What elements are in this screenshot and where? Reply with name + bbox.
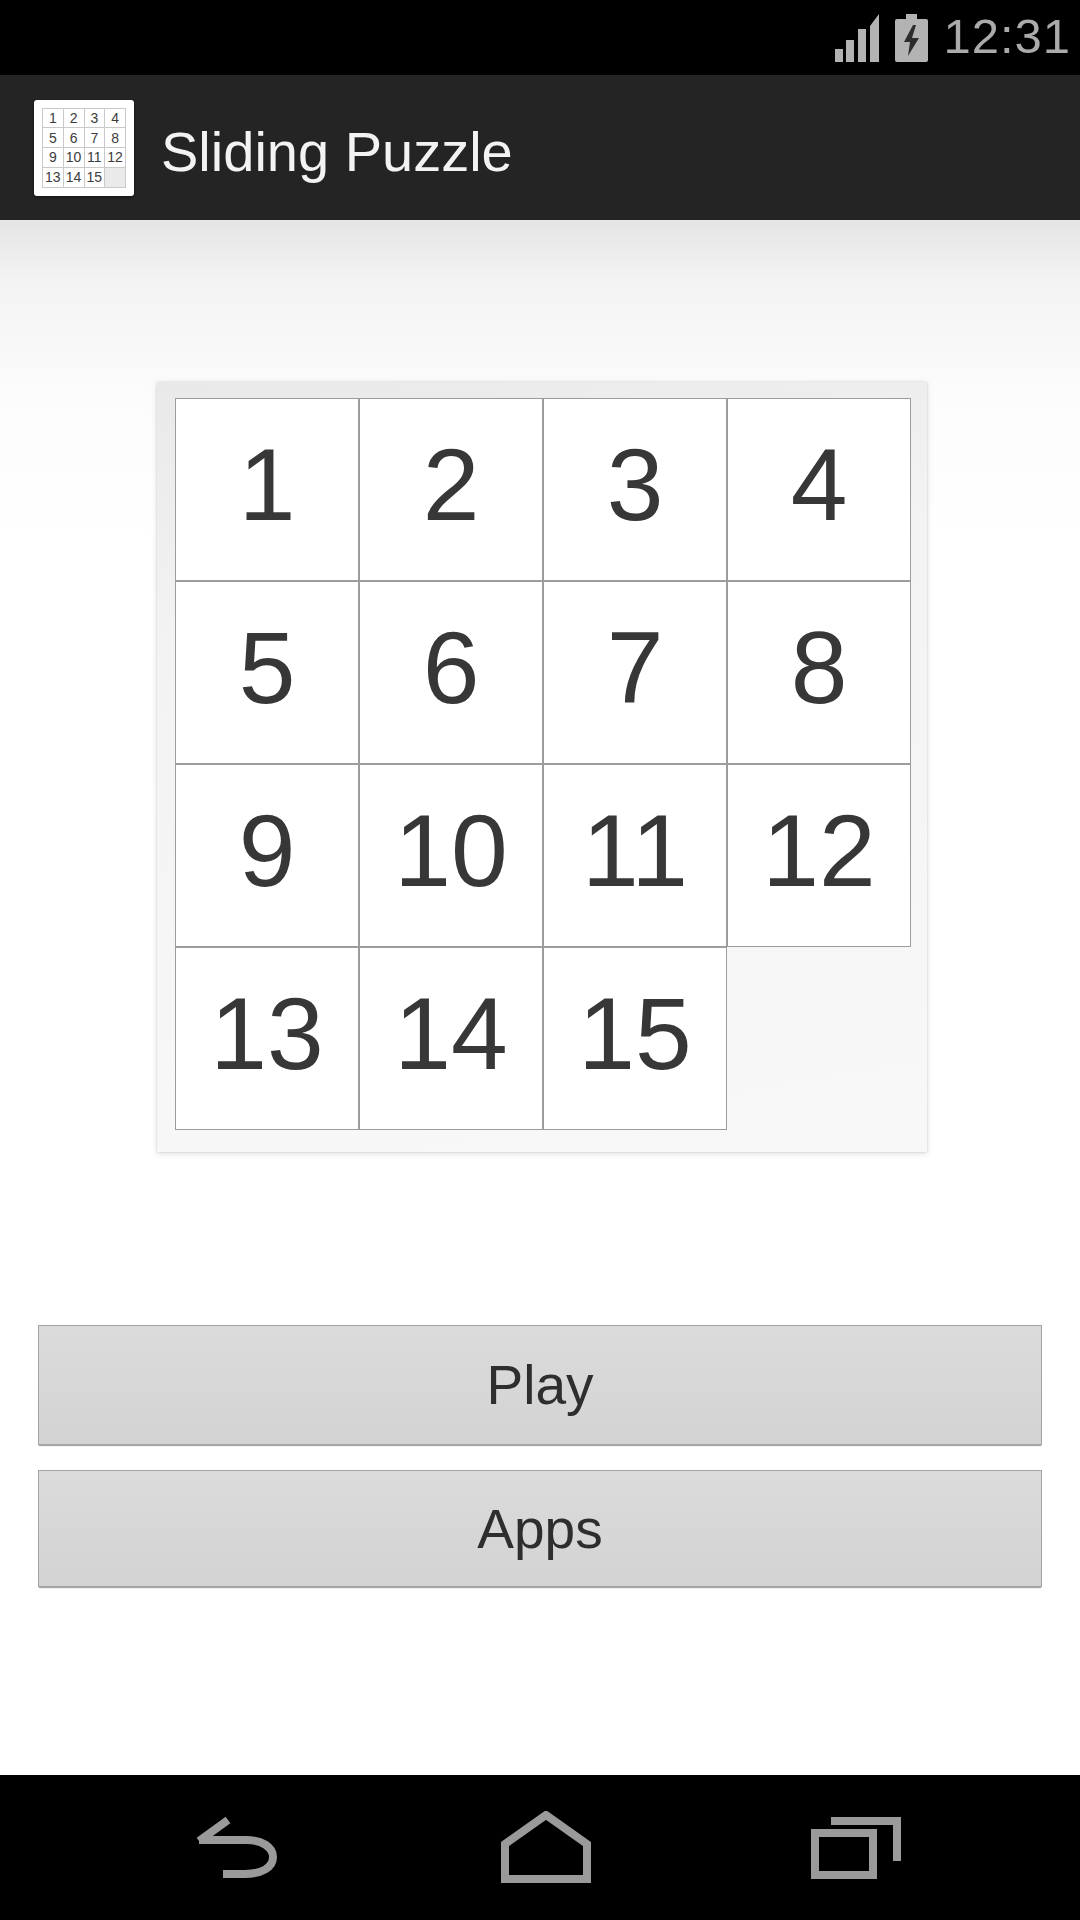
back-button[interactable]: [192, 1816, 292, 1881]
tile-11: 11: [85, 148, 105, 167]
tile-15: 15: [85, 168, 105, 187]
back-icon: [192, 1816, 292, 1878]
tile-14[interactable]: 14: [359, 947, 543, 1130]
app-icon-grid: 123456789101112131415: [42, 108, 126, 188]
status-time: 12:31: [943, 12, 1071, 61]
empty-cell: [727, 947, 911, 1130]
tile-2: 2: [64, 109, 84, 128]
nav-bar: [0, 1775, 1080, 1920]
status-bar: 12:31: [0, 0, 1080, 75]
tile-15[interactable]: 15: [543, 947, 727, 1130]
home-icon: [498, 1811, 594, 1883]
signal-strength-icon: [835, 14, 880, 62]
tile-5: 5: [43, 128, 63, 147]
tile-5[interactable]: 5: [175, 581, 359, 764]
content-area: 123456789101112131415 Play Apps: [0, 220, 1080, 1775]
action-bar: 123456789101112131415 Sliding Puzzle: [0, 75, 1080, 220]
tile-6[interactable]: 6: [359, 581, 543, 764]
play-button[interactable]: Play: [38, 1325, 1042, 1445]
tile-10: 10: [64, 148, 84, 167]
tile-9: 9: [43, 148, 63, 167]
app-icon: 123456789101112131415: [34, 100, 134, 196]
puzzle-board: 123456789101112131415: [157, 382, 927, 1152]
battery-charging-icon: [895, 14, 928, 62]
tile-11[interactable]: 11: [543, 764, 727, 947]
tile-3: 3: [85, 109, 105, 128]
tile-6: 6: [64, 128, 84, 147]
tile-2[interactable]: 2: [359, 398, 543, 581]
tile-13: 13: [43, 168, 63, 187]
tile-8[interactable]: 8: [727, 581, 911, 764]
tile-12[interactable]: 12: [727, 764, 911, 947]
tile-12: 12: [105, 148, 125, 167]
app-title: Sliding Puzzle: [161, 116, 513, 180]
screen: 12:31 123456789101112131415 Sliding Puzz…: [0, 0, 1080, 1920]
tile-9[interactable]: 9: [175, 764, 359, 947]
play-button-label: Play: [487, 1353, 594, 1417]
recents-icon: [811, 1815, 901, 1879]
home-button[interactable]: [498, 1811, 594, 1886]
apps-button[interactable]: Apps: [38, 1470, 1042, 1587]
tile-7[interactable]: 7: [543, 581, 727, 764]
recents-button[interactable]: [811, 1815, 901, 1882]
empty-cell: [105, 168, 125, 187]
tile-8: 8: [105, 128, 125, 147]
apps-button-label: Apps: [477, 1497, 602, 1561]
tile-14: 14: [64, 168, 84, 187]
tile-1[interactable]: 1: [175, 398, 359, 581]
board-grid: 123456789101112131415: [175, 398, 911, 1130]
tile-4[interactable]: 4: [727, 398, 911, 581]
tile-7: 7: [85, 128, 105, 147]
tile-10[interactable]: 10: [359, 764, 543, 947]
tile-3[interactable]: 3: [543, 398, 727, 581]
tile-13[interactable]: 13: [175, 947, 359, 1130]
tile-4: 4: [105, 109, 125, 128]
tile-1: 1: [43, 109, 63, 128]
